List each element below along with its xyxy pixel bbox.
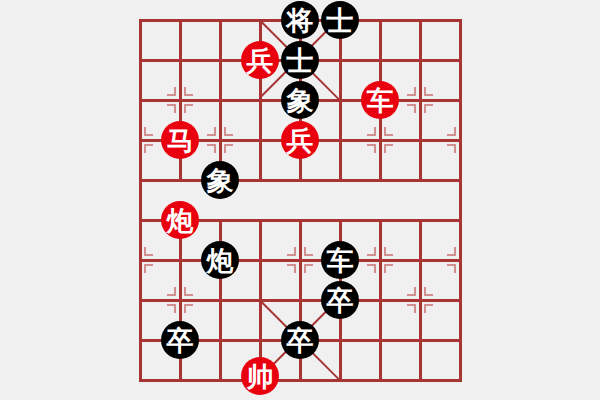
intersection-b6[interactable] xyxy=(160,160,200,200)
piece-black-soldier[interactable]: 卒 xyxy=(281,321,319,359)
intersection-h1[interactable] xyxy=(400,360,440,400)
intersection-i2[interactable] xyxy=(440,320,480,360)
intersection-h2[interactable] xyxy=(400,320,440,360)
intersection-f5[interactable] xyxy=(320,200,360,240)
intersection-c10[interactable] xyxy=(200,0,240,40)
screenshot-root: 将士兵士象车马兵象炮炮车卒卒卒帅 xyxy=(0,0,600,400)
intersection-h10[interactable] xyxy=(400,0,440,40)
intersection-f9[interactable] xyxy=(320,40,360,80)
intersection-i6[interactable] xyxy=(440,160,480,200)
intersection-b4[interactable] xyxy=(160,240,200,280)
piece-black-elephant[interactable]: 象 xyxy=(281,81,319,119)
intersection-b9[interactable] xyxy=(160,40,200,80)
intersection-a9[interactable] xyxy=(120,40,160,80)
piece-red-horse[interactable]: 马 xyxy=(161,121,199,159)
piece-black-elephant[interactable]: 象 xyxy=(201,161,239,199)
intersection-i8[interactable] xyxy=(440,80,480,120)
intersection-d2[interactable] xyxy=(240,320,280,360)
intersection-b10[interactable] xyxy=(160,0,200,40)
piece-black-advisor[interactable]: 士 xyxy=(321,1,359,39)
piece-black-soldier[interactable]: 卒 xyxy=(161,321,199,359)
intersection-a5[interactable] xyxy=(120,200,160,240)
intersection-i3[interactable] xyxy=(440,280,480,320)
intersection-c5[interactable] xyxy=(200,200,240,240)
piece-red-chariot[interactable]: 车 xyxy=(361,81,399,119)
intersection-f1[interactable] xyxy=(320,360,360,400)
intersection-d3[interactable] xyxy=(240,280,280,320)
intersection-f7[interactable] xyxy=(320,120,360,160)
intersection-h9[interactable] xyxy=(400,40,440,80)
piece-black-general[interactable]: 将 xyxy=(281,1,319,39)
intersection-g1[interactable] xyxy=(360,360,400,400)
intersection-e3[interactable] xyxy=(280,280,320,320)
intersection-i5[interactable] xyxy=(440,200,480,240)
piece-red-soldier[interactable]: 兵 xyxy=(281,121,319,159)
intersection-a4[interactable] xyxy=(120,240,160,280)
intersection-e4[interactable] xyxy=(280,240,320,280)
intersection-g10[interactable] xyxy=(360,0,400,40)
intersection-i10[interactable] xyxy=(440,0,480,40)
intersection-b1[interactable] xyxy=(160,360,200,400)
intersection-f8[interactable] xyxy=(320,80,360,120)
intersection-i1[interactable] xyxy=(440,360,480,400)
intersection-h5[interactable] xyxy=(400,200,440,240)
intersection-g2[interactable] xyxy=(360,320,400,360)
intersection-a1[interactable] xyxy=(120,360,160,400)
intersection-c2[interactable] xyxy=(200,320,240,360)
xiangqi-board: 将士兵士象车马兵象炮炮车卒卒卒帅 xyxy=(0,0,600,400)
intersection-a2[interactable] xyxy=(120,320,160,360)
intersection-g5[interactable] xyxy=(360,200,400,240)
intersection-d7[interactable] xyxy=(240,120,280,160)
intersection-d8[interactable] xyxy=(240,80,280,120)
intersection-h8[interactable] xyxy=(400,80,440,120)
intersection-i7[interactable] xyxy=(440,120,480,160)
intersection-a7[interactable] xyxy=(120,120,160,160)
intersection-g6[interactable] xyxy=(360,160,400,200)
intersection-a6[interactable] xyxy=(120,160,160,200)
piece-black-soldier[interactable]: 卒 xyxy=(321,281,359,319)
intersection-g9[interactable] xyxy=(360,40,400,80)
piece-red-soldier[interactable]: 兵 xyxy=(241,41,279,79)
intersection-a8[interactable] xyxy=(120,80,160,120)
intersection-e5[interactable] xyxy=(280,200,320,240)
intersection-e6[interactable] xyxy=(280,160,320,200)
intersection-c3[interactable] xyxy=(200,280,240,320)
intersection-c1[interactable] xyxy=(200,360,240,400)
intersection-c8[interactable] xyxy=(200,80,240,120)
intersection-g7[interactable] xyxy=(360,120,400,160)
intersection-d5[interactable] xyxy=(240,200,280,240)
piece-black-chariot[interactable]: 车 xyxy=(321,241,359,279)
intersection-h7[interactable] xyxy=(400,120,440,160)
intersection-i4[interactable] xyxy=(440,240,480,280)
intersection-h4[interactable] xyxy=(400,240,440,280)
piece-black-advisor[interactable]: 士 xyxy=(281,41,319,79)
intersection-g3[interactable] xyxy=(360,280,400,320)
intersection-b3[interactable] xyxy=(160,280,200,320)
intersection-a3[interactable] xyxy=(120,280,160,320)
piece-red-cannon[interactable]: 炮 xyxy=(161,201,199,239)
intersection-c9[interactable] xyxy=(200,40,240,80)
intersection-d4[interactable] xyxy=(240,240,280,280)
intersection-i9[interactable] xyxy=(440,40,480,80)
piece-black-cannon[interactable]: 炮 xyxy=(201,241,239,279)
intersection-g4[interactable] xyxy=(360,240,400,280)
intersection-f2[interactable] xyxy=(320,320,360,360)
intersection-h3[interactable] xyxy=(400,280,440,320)
intersection-c7[interactable] xyxy=(200,120,240,160)
intersection-f6[interactable] xyxy=(320,160,360,200)
intersection-b8[interactable] xyxy=(160,80,200,120)
intersection-h6[interactable] xyxy=(400,160,440,200)
piece-red-general[interactable]: 帅 xyxy=(241,357,279,395)
intersection-d10[interactable] xyxy=(240,0,280,40)
intersection-e1[interactable] xyxy=(280,360,320,400)
intersection-d6[interactable] xyxy=(240,160,280,200)
intersection-a10[interactable] xyxy=(120,0,160,40)
